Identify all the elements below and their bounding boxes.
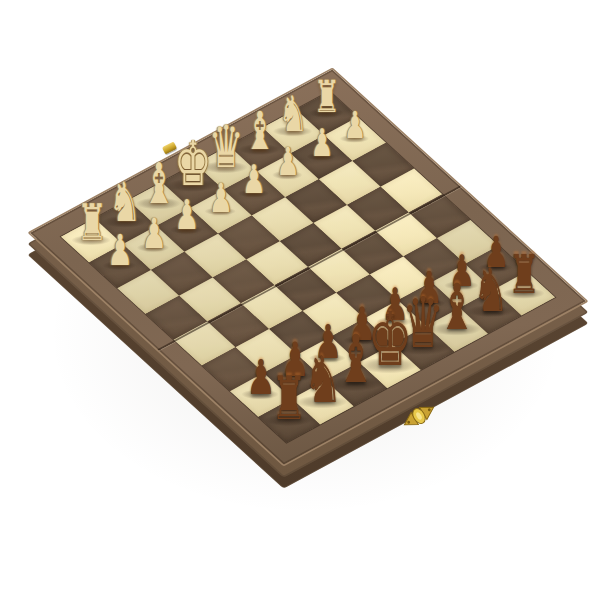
dark-knight-glyph: ♞ <box>303 347 342 412</box>
light-pawn-glyph: ♟ <box>141 212 166 254</box>
light-pawn-glyph: ♟ <box>276 142 299 181</box>
light-pawn-glyph: ♟ <box>209 177 233 217</box>
light-pawn-glyph: ♟ <box>344 107 366 144</box>
dark-rook-glyph: ♜ <box>508 248 540 301</box>
light-bishop-glyph: ♝ <box>142 157 176 213</box>
light-queen-glyph: ♛ <box>209 118 244 176</box>
light-rook-glyph: ♜ <box>77 198 107 248</box>
light-rook-glyph: ♜ <box>314 76 340 120</box>
light-pawn-glyph: ♟ <box>242 160 266 200</box>
dark-rook-glyph: ♜ <box>271 370 307 430</box>
pieces-layer: ♜♟♟♜♞♟♟♞♝♟♟♝♛♟♟♛♚♟♟♚♝♟♟♝♞♟♟♞♜♟♟♜ <box>0 0 600 600</box>
light-pawn-glyph: ♟ <box>310 125 333 163</box>
light-bishop-glyph: ♝ <box>244 105 276 158</box>
light-pawn-glyph: ♟ <box>107 230 133 273</box>
light-king-glyph: ♚ <box>174 133 211 195</box>
light-knight-glyph: ♞ <box>278 89 308 138</box>
light-pawn-glyph: ♟ <box>175 195 200 236</box>
dark-knight-glyph: ♞ <box>473 261 509 320</box>
folding-chess-set-photo: ♜♟♟♜♞♟♟♞♝♟♟♝♛♟♟♛♚♟♟♚♝♟♟♝♞♟♟♞♜♟♟♜ <box>0 0 600 600</box>
light-knight-glyph: ♞ <box>109 176 142 230</box>
